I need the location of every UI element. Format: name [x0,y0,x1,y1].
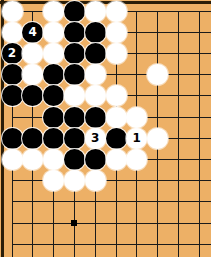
stone-black [64,128,85,149]
stone-white [106,85,127,106]
stone-white [106,22,127,43]
stone-black [43,107,64,128]
stone-white [2,1,23,22]
stone-white [147,128,168,149]
stone-black [106,128,127,149]
stone-black [2,85,23,106]
stone-white [85,1,106,22]
stone-white [64,170,85,191]
move-label-stone-1: 1 [126,128,147,149]
move-label-stone-2: 2 [2,43,23,64]
stone-white [106,43,127,64]
stone-black [85,107,106,128]
go-board[interactable]: 4231 [0,0,211,257]
stone-white [2,22,23,43]
star-point [71,220,77,226]
stone-white [126,107,147,128]
move-label-stone-4: 4 [22,22,43,43]
stone-black [2,128,23,149]
stone-black [64,43,85,64]
stone-black [2,64,23,85]
stone-black [43,128,64,149]
stone-black [64,149,85,170]
stone-black [64,22,85,43]
stone-black [85,22,106,43]
stone-black [85,43,106,64]
stone-white [85,170,106,191]
stone-black [64,1,85,22]
stone-white [106,107,127,128]
stone-black [22,128,43,149]
stone-black [64,64,85,85]
stone-white [85,85,106,106]
stone-white [43,149,64,170]
stone-white [106,1,127,22]
stone-white [43,1,64,22]
stone-white [43,22,64,43]
stone-white [85,64,106,85]
stone-white [43,43,64,64]
stone-white [2,149,23,170]
move-label-stone-3: 3 [85,128,106,149]
stone-black [64,107,85,128]
stone-black [85,149,106,170]
stone-white [106,149,127,170]
